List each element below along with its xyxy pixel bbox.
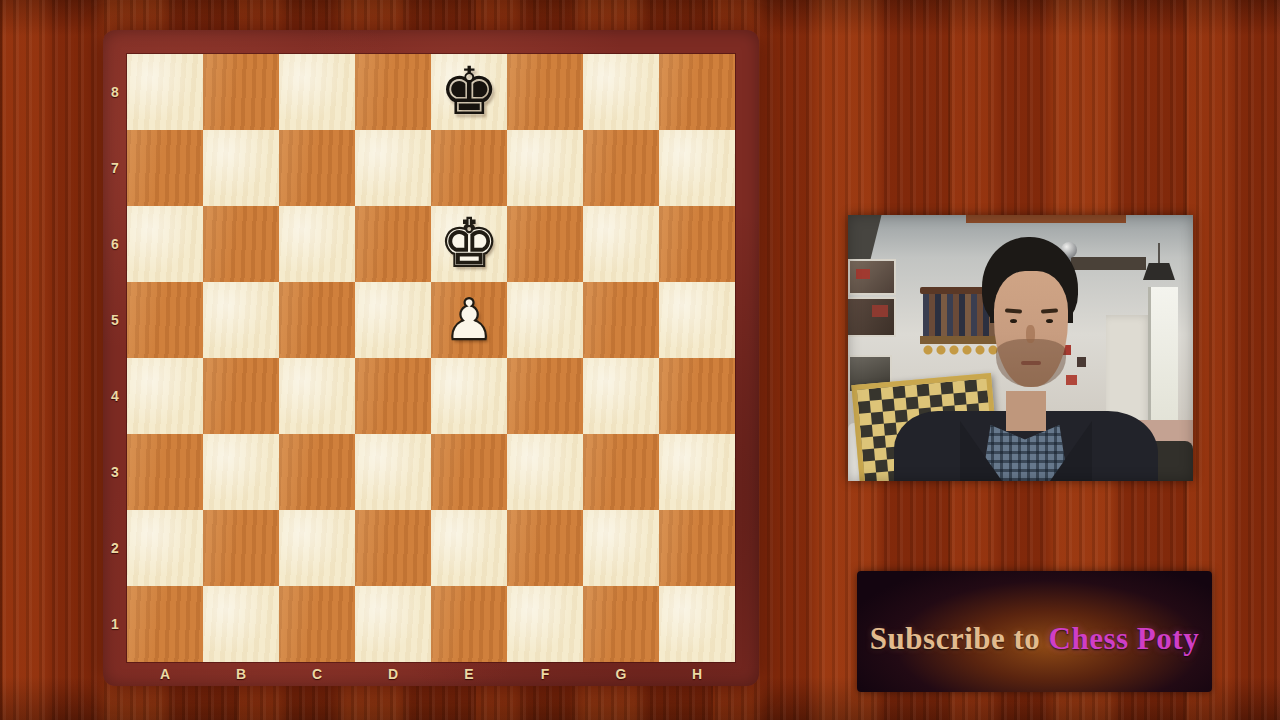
square-f7[interactable] (507, 130, 583, 206)
square-d3[interactable] (355, 434, 431, 510)
square-b5[interactable] (203, 282, 279, 358)
square-h8[interactable] (659, 54, 735, 130)
rank-label-2: 2 (103, 510, 127, 586)
square-f5[interactable] (507, 282, 583, 358)
square-d5[interactable] (355, 282, 431, 358)
square-b2[interactable] (203, 510, 279, 586)
file-label-h: H (659, 662, 735, 686)
medal-rack (920, 287, 1000, 363)
square-g4[interactable] (583, 358, 659, 434)
rank-label-3: 3 (103, 434, 127, 510)
square-f8[interactable] (507, 54, 583, 130)
jacket-lapel (960, 421, 1002, 481)
square-a7[interactable] (127, 130, 203, 206)
square-a6[interactable] (127, 206, 203, 282)
webcam-scene (848, 215, 1193, 481)
square-e7[interactable] (431, 130, 507, 206)
white-chair (848, 423, 878, 481)
square-f6[interactable] (507, 206, 583, 282)
square-f3[interactable] (507, 434, 583, 510)
file-label-a: A (127, 662, 203, 686)
doorway (1148, 287, 1178, 429)
banner-text-highlight: Chess Poty (1049, 621, 1200, 656)
wall-photo (850, 261, 894, 293)
banner-text-prefix: Subscribe to (870, 621, 1049, 656)
square-d4[interactable] (355, 358, 431, 434)
file-labels: ABCDEFGH (127, 662, 735, 686)
square-c1[interactable] (279, 586, 355, 662)
square-c6[interactable] (279, 206, 355, 282)
white-cabinet (1106, 315, 1152, 433)
square-h7[interactable] (659, 130, 735, 206)
square-e2[interactable] (431, 510, 507, 586)
file-label-f: F (507, 662, 583, 686)
hanging-lamp (1143, 263, 1175, 280)
presenter-plaid-shirt (982, 425, 1068, 481)
webcam-video (848, 215, 1193, 481)
square-f2[interactable] (507, 510, 583, 586)
jacket-lapel (1050, 421, 1092, 481)
presenter-face (994, 271, 1068, 387)
medal-discs (922, 344, 998, 356)
medal-rack-bar (920, 336, 1000, 344)
trophy-topper (1032, 241, 1048, 257)
square-g6[interactable] (583, 206, 659, 282)
trophy-topper (1061, 242, 1077, 258)
square-d2[interactable] (355, 510, 431, 586)
presenter-nose (1026, 325, 1035, 343)
square-b3[interactable] (203, 434, 279, 510)
square-c8[interactable] (279, 54, 355, 130)
video-frame: 87654321 ABCDEFGH ♚♚♟ (0, 0, 1280, 720)
black-king[interactable]: ♚ (431, 54, 507, 130)
presenter-jacket (894, 411, 1158, 481)
presenter-eyebrow (1041, 308, 1058, 313)
square-g7[interactable] (583, 130, 659, 206)
presenter-neck (1006, 391, 1046, 431)
wall-ornament (1066, 375, 1077, 385)
file-label-c: C (279, 662, 355, 686)
square-b8[interactable] (203, 54, 279, 130)
square-g5[interactable] (583, 282, 659, 358)
wall-photo (848, 299, 894, 335)
leaning-chessboard (851, 373, 1000, 481)
rank-labels: 87654321 (103, 54, 127, 662)
presenter-eyebrow (1005, 308, 1022, 313)
square-b7[interactable] (203, 130, 279, 206)
medal-ribbons (923, 294, 997, 336)
floor (1086, 420, 1193, 481)
rank-label-8: 8 (103, 54, 127, 130)
square-c5[interactable] (279, 282, 355, 358)
square-e3[interactable] (431, 434, 507, 510)
square-a3[interactable] (127, 434, 203, 510)
square-d8[interactable] (355, 54, 431, 130)
square-c2[interactable] (279, 510, 355, 586)
file-label-b: B (203, 662, 279, 686)
square-e1[interactable] (431, 586, 507, 662)
presenter-mouth (1021, 361, 1041, 365)
presenter-eye (1046, 319, 1053, 323)
file-label-g: G (583, 662, 659, 686)
white-pawn[interactable]: ♟ (431, 282, 507, 358)
square-g2[interactable] (583, 510, 659, 586)
wall-ornament (1077, 357, 1086, 367)
square-d1[interactable] (355, 586, 431, 662)
shelf-edge (966, 215, 1126, 223)
lamp-cord (1158, 243, 1160, 265)
rank-label-4: 4 (103, 358, 127, 434)
presenter-hair (982, 237, 1078, 333)
square-a5[interactable] (127, 282, 203, 358)
square-a8[interactable] (127, 54, 203, 130)
square-e4[interactable] (431, 358, 507, 434)
square-b4[interactable] (203, 358, 279, 434)
square-a4[interactable] (127, 358, 203, 434)
square-g8[interactable] (583, 54, 659, 130)
chess-board: 87654321 ABCDEFGH ♚♚♟ (103, 30, 759, 686)
rank-label-6: 6 (103, 206, 127, 282)
corner-picture (848, 215, 882, 282)
square-b1[interactable] (203, 586, 279, 662)
wall-photo (850, 357, 890, 391)
rank-label-5: 5 (103, 282, 127, 358)
square-b6[interactable] (203, 206, 279, 282)
board-squares: ♚♚♟ (127, 54, 735, 662)
square-d7[interactable] (355, 130, 431, 206)
subscribe-banner[interactable]: Subscribe to Chess Poty (857, 571, 1212, 692)
shelf-behind-head (1056, 257, 1146, 270)
square-f1[interactable] (507, 586, 583, 662)
medal-rack-bar (920, 287, 1000, 294)
square-c3[interactable] (279, 434, 355, 510)
square-h3[interactable] (659, 434, 735, 510)
file-label-e: E (431, 662, 507, 686)
wall-ornament (1062, 345, 1071, 355)
square-h2[interactable] (659, 510, 735, 586)
presenter-eye (1010, 319, 1017, 323)
square-h1[interactable] (659, 586, 735, 662)
couch (1104, 441, 1193, 481)
square-h6[interactable] (659, 206, 735, 282)
square-c7[interactable] (279, 130, 355, 206)
square-h4[interactable] (659, 358, 735, 434)
presenter-sideburn (1064, 289, 1073, 323)
square-a2[interactable] (127, 510, 203, 586)
square-c4[interactable] (279, 358, 355, 434)
presenter-sideburn (990, 289, 999, 323)
banner-text: Subscribe to Chess Poty (870, 621, 1199, 657)
square-a1[interactable] (127, 586, 203, 662)
square-d6[interactable] (355, 206, 431, 282)
square-h5[interactable] (659, 282, 735, 358)
white-king[interactable]: ♚ (431, 206, 507, 282)
square-f4[interactable] (507, 358, 583, 434)
rank-label-7: 7 (103, 130, 127, 206)
square-g3[interactable] (583, 434, 659, 510)
file-label-d: D (355, 662, 431, 686)
rank-label-1: 1 (103, 586, 127, 662)
presenter-beard-stubble (996, 339, 1066, 387)
square-g1[interactable] (583, 586, 659, 662)
